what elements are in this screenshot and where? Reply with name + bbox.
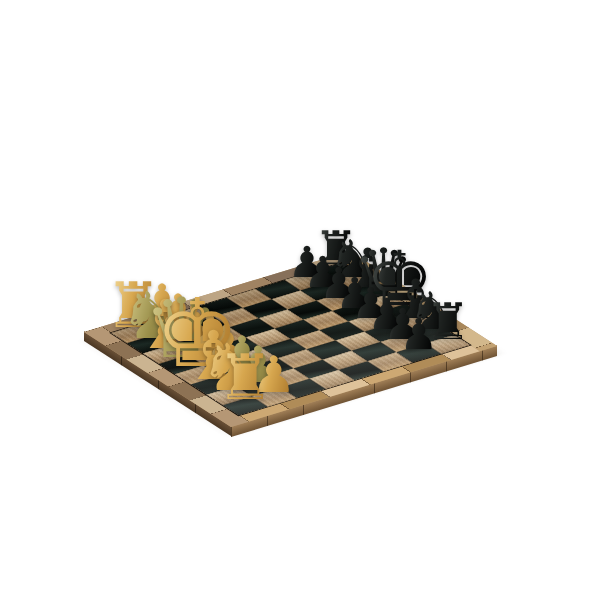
chess-set-photo: ♜♟♞♟♝♟♛♟♚♟♝♟♟♜♞♟♟♞♜♟♟♝♟♛♟♚♟♝♟♞♟♜ — [0, 0, 600, 600]
piece-white-rook-h1[interactable]: ♜ — [217, 347, 273, 410]
piece-black-pawn-h7[interactable]: ♟ — [399, 313, 437, 356]
